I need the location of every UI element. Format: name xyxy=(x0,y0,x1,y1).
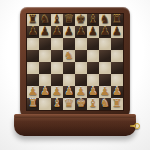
white-rook[interactable]: ♜ xyxy=(111,98,123,110)
square-c6[interactable] xyxy=(51,38,63,50)
square-f4[interactable] xyxy=(87,62,99,74)
square-c4[interactable] xyxy=(51,62,63,74)
black-pawn[interactable]: ♟ xyxy=(87,26,99,38)
white-knight[interactable]: ♞ xyxy=(99,98,111,110)
square-d7[interactable]: ♟ xyxy=(63,26,75,38)
square-c1[interactable]: ♝ xyxy=(51,98,63,110)
product-photo-background: ♜♞♝♛♚♝♞♜♟♟♟♟♟♟♟♟♞♟♟♟♟♟♟♟♟♜♝♛♚♝♞♜ xyxy=(0,0,150,150)
white-king[interactable]: ♚ xyxy=(75,98,87,110)
square-b4[interactable] xyxy=(39,62,51,74)
white-rook[interactable]: ♜ xyxy=(27,98,39,110)
white-bishop[interactable]: ♝ xyxy=(87,98,99,110)
storage-drawer-front[interactable] xyxy=(14,114,136,136)
square-f5[interactable] xyxy=(87,50,99,62)
black-pawn[interactable]: ♟ xyxy=(39,26,51,38)
square-f6[interactable] xyxy=(87,38,99,50)
black-pawn[interactable]: ♟ xyxy=(111,26,123,38)
box-molding-lip xyxy=(14,114,136,118)
square-b1[interactable] xyxy=(39,98,51,110)
square-e6[interactable] xyxy=(75,38,87,50)
white-pawn[interactable]: ♟ xyxy=(39,86,51,98)
chess-box: ♜♞♝♛♚♝♞♜♟♟♟♟♟♟♟♟♞♟♟♟♟♟♟♟♟♜♝♛♚♝♞♜ xyxy=(0,0,150,150)
square-h1[interactable]: ♜ xyxy=(111,98,123,110)
square-f7[interactable]: ♟ xyxy=(87,26,99,38)
square-g6[interactable] xyxy=(99,38,111,50)
square-e1[interactable]: ♚ xyxy=(75,98,87,110)
square-g1[interactable]: ♞ xyxy=(99,98,111,110)
square-c7[interactable]: ♟ xyxy=(51,26,63,38)
square-e4[interactable] xyxy=(75,62,87,74)
white-knight[interactable]: ♞ xyxy=(63,50,75,62)
square-e5[interactable] xyxy=(75,50,87,62)
square-b6[interactable] xyxy=(39,38,51,50)
square-h6[interactable] xyxy=(111,38,123,50)
black-pawn[interactable]: ♟ xyxy=(99,26,111,38)
black-pawn[interactable]: ♟ xyxy=(51,26,63,38)
square-h5[interactable] xyxy=(111,50,123,62)
white-bishop[interactable]: ♝ xyxy=(51,98,63,110)
chess-board: ♜♞♝♛♚♝♞♜♟♟♟♟♟♟♟♟♞♟♟♟♟♟♟♟♟♜♝♛♚♝♞♜ xyxy=(27,14,123,110)
board-frame: ♜♞♝♛♚♝♞♜♟♟♟♟♟♟♟♟♞♟♟♟♟♟♟♟♟♜♝♛♚♝♞♜ xyxy=(20,7,130,117)
square-a5[interactable] xyxy=(27,50,39,62)
black-pawn[interactable]: ♟ xyxy=(63,26,75,38)
black-pawn[interactable]: ♟ xyxy=(27,26,39,38)
brass-key-icon[interactable] xyxy=(130,122,140,129)
square-d5[interactable]: ♞ xyxy=(63,50,75,62)
square-h4[interactable] xyxy=(111,62,123,74)
square-c5[interactable] xyxy=(51,50,63,62)
square-a4[interactable] xyxy=(27,62,39,74)
white-queen[interactable]: ♛ xyxy=(63,98,75,110)
square-e7[interactable]: ♟ xyxy=(75,26,87,38)
square-d1[interactable]: ♛ xyxy=(63,98,75,110)
square-d4[interactable] xyxy=(63,62,75,74)
square-b5[interactable] xyxy=(39,50,51,62)
square-f1[interactable]: ♝ xyxy=(87,98,99,110)
square-a1[interactable]: ♜ xyxy=(27,98,39,110)
key-stem xyxy=(130,125,135,127)
square-g4[interactable] xyxy=(99,62,111,74)
square-a6[interactable] xyxy=(27,38,39,50)
square-b2[interactable]: ♟ xyxy=(39,86,51,98)
black-pawn[interactable]: ♟ xyxy=(75,26,87,38)
square-h7[interactable]: ♟ xyxy=(111,26,123,38)
square-g5[interactable] xyxy=(99,50,111,62)
square-a7[interactable]: ♟ xyxy=(27,26,39,38)
square-g7[interactable]: ♟ xyxy=(99,26,111,38)
square-b7[interactable]: ♟ xyxy=(39,26,51,38)
